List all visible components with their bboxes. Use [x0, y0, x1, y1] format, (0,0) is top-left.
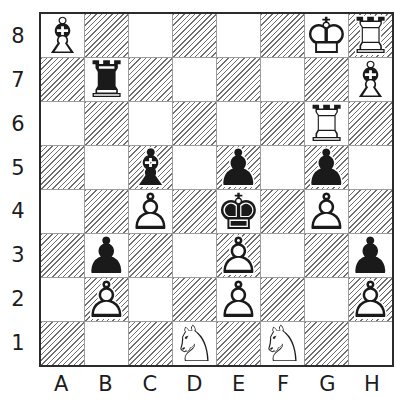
square-f7[interactable] [261, 58, 304, 101]
piece-fill-layer: ♞ [173, 322, 216, 365]
piece-white-pawn[interactable]: ♟♙ [349, 278, 392, 321]
square-h7[interactable]: ♝♗ [349, 58, 392, 101]
piece-glyph: ♖ [349, 14, 392, 57]
file-label-h: H [350, 368, 394, 400]
square-d6[interactable] [173, 102, 216, 145]
file-label-d: D [172, 368, 216, 400]
rank-label-2: 2 [0, 277, 36, 321]
piece-white-rook[interactable]: ♜♖ [349, 14, 392, 57]
rank-labels: 87654321 [0, 14, 36, 365]
piece-glyph: ♚ [217, 190, 260, 233]
square-c3[interactable] [129, 234, 172, 277]
piece-fill-layer: ♜ [305, 102, 348, 145]
piece-glyph: ♙ [349, 278, 392, 321]
file-label-f: F [261, 368, 305, 400]
piece-glyph: ♘ [261, 322, 304, 365]
piece-fill-layer: ♟ [305, 146, 348, 189]
square-e2[interactable]: ♟♙ [217, 278, 260, 321]
piece-fill-layer: ♟ [85, 234, 128, 277]
piece-white-pawn[interactable]: ♟♙ [217, 234, 260, 277]
square-f8[interactable] [261, 14, 304, 57]
square-f6[interactable] [261, 102, 304, 145]
rank-label-8: 8 [0, 14, 36, 58]
square-f3[interactable] [261, 234, 304, 277]
square-h2[interactable]: ♟♙ [349, 278, 392, 321]
piece-fill-layer: ♚ [305, 14, 348, 57]
square-d2[interactable] [173, 278, 216, 321]
piece-fill-layer: ♝ [129, 146, 172, 189]
file-label-c: C [128, 368, 172, 400]
rank-label-3: 3 [0, 233, 36, 277]
file-label-e: E [217, 368, 261, 400]
square-f1[interactable]: ♞♘ [261, 322, 304, 365]
file-labels: ABCDEFGH [39, 368, 394, 400]
square-b2[interactable]: ♟♙ [85, 278, 128, 321]
rank-label-4: 4 [0, 190, 36, 234]
square-g8[interactable]: ♚♔ [305, 14, 348, 57]
piece-glyph: ♔ [305, 14, 348, 57]
rank-label-6: 6 [0, 102, 36, 146]
rank-label-5: 5 [0, 146, 36, 190]
square-d8[interactable] [173, 14, 216, 57]
square-a5[interactable] [41, 146, 84, 189]
piece-white-bishop[interactable]: ♝♗ [349, 58, 392, 101]
square-c1[interactable] [129, 322, 172, 365]
file-label-a: A [39, 368, 83, 400]
piece-black-rook[interactable]: ♜♜ [85, 58, 128, 101]
piece-fill-layer: ♟ [85, 278, 128, 321]
piece-fill-layer: ♟ [217, 146, 260, 189]
piece-glyph: ♙ [217, 234, 260, 277]
piece-black-pawn[interactable]: ♟♟ [349, 234, 392, 277]
piece-glyph: ♙ [305, 190, 348, 233]
piece-fill-layer: ♝ [41, 14, 84, 57]
piece-fill-layer: ♟ [305, 190, 348, 233]
square-h1[interactable] [349, 322, 392, 365]
square-e4[interactable]: ♚♚ [217, 190, 260, 233]
square-e6[interactable] [217, 102, 260, 145]
square-e8[interactable] [217, 14, 260, 57]
piece-fill-layer: ♟ [349, 234, 392, 277]
piece-white-pawn[interactable]: ♟♙ [129, 190, 172, 233]
piece-black-pawn[interactable]: ♟♟ [217, 146, 260, 189]
square-b7[interactable]: ♜♜ [85, 58, 128, 101]
square-g1[interactable] [305, 322, 348, 365]
square-c6[interactable] [129, 102, 172, 145]
piece-fill-layer: ♟ [217, 278, 260, 321]
square-g6[interactable]: ♜♖ [305, 102, 348, 145]
square-d4[interactable] [173, 190, 216, 233]
square-g5[interactable]: ♟♟ [305, 146, 348, 189]
square-a1[interactable] [41, 322, 84, 365]
piece-glyph: ♝ [129, 146, 172, 189]
square-b8[interactable] [85, 14, 128, 57]
square-h5[interactable] [349, 146, 392, 189]
square-c2[interactable] [129, 278, 172, 321]
square-b3[interactable]: ♟♟ [85, 234, 128, 277]
chessboard: ♝♗♚♔♜♖♜♜♝♗♜♖♝♝♟♟♟♟♟♙♚♚♟♙♟♟♟♙♟♟♟♙♟♙♟♙♞♘♞♘ [39, 12, 394, 367]
square-d5[interactable] [173, 146, 216, 189]
piece-glyph: ♗ [41, 14, 84, 57]
square-f5[interactable] [261, 146, 304, 189]
square-a6[interactable] [41, 102, 84, 145]
file-label-b: B [83, 368, 127, 400]
piece-glyph: ♜ [85, 58, 128, 101]
square-g7[interactable] [305, 58, 348, 101]
chess-diagram: 87654321 ♝♗♚♔♜♖♜♜♝♗♜♖♝♝♟♟♟♟♟♙♚♚♟♙♟♟♟♙♟♟♟… [0, 0, 400, 405]
square-a4[interactable] [41, 190, 84, 233]
piece-black-king[interactable]: ♚♚ [217, 190, 260, 233]
square-b1[interactable] [85, 322, 128, 365]
piece-glyph: ♙ [217, 278, 260, 321]
piece-white-pawn[interactable]: ♟♙ [305, 190, 348, 233]
square-a8[interactable]: ♝♗ [41, 14, 84, 57]
piece-fill-layer: ♝ [349, 58, 392, 101]
piece-glyph: ♙ [129, 190, 172, 233]
square-d7[interactable] [173, 58, 216, 101]
square-e5[interactable]: ♟♟ [217, 146, 260, 189]
square-d3[interactable] [173, 234, 216, 277]
piece-black-bishop[interactable]: ♝♝ [129, 146, 172, 189]
square-a2[interactable] [41, 278, 84, 321]
square-d1[interactable]: ♞♘ [173, 322, 216, 365]
piece-fill-layer: ♜ [85, 58, 128, 101]
piece-white-rook[interactable]: ♜♖ [305, 102, 348, 145]
square-e1[interactable] [217, 322, 260, 365]
square-f2[interactable] [261, 278, 304, 321]
piece-fill-layer: ♚ [217, 190, 260, 233]
piece-fill-layer: ♟ [217, 234, 260, 277]
square-b6[interactable] [85, 102, 128, 145]
piece-fill-layer: ♜ [349, 14, 392, 57]
square-g3[interactable] [305, 234, 348, 277]
piece-white-knight[interactable]: ♞♘ [261, 322, 304, 365]
square-b4[interactable] [85, 190, 128, 233]
piece-glyph: ♙ [85, 278, 128, 321]
square-a3[interactable] [41, 234, 84, 277]
square-a7[interactable] [41, 58, 84, 101]
square-f4[interactable] [261, 190, 304, 233]
square-e7[interactable] [217, 58, 260, 101]
piece-black-pawn[interactable]: ♟♟ [85, 234, 128, 277]
piece-glyph: ♟ [305, 146, 348, 189]
square-b5[interactable] [85, 146, 128, 189]
piece-white-bishop[interactable]: ♝♗ [41, 14, 84, 57]
piece-glyph: ♗ [349, 58, 392, 101]
piece-white-king[interactable]: ♚♔ [305, 14, 348, 57]
rank-label-7: 7 [0, 58, 36, 102]
square-e3[interactable]: ♟♙ [217, 234, 260, 277]
square-h6[interactable] [349, 102, 392, 145]
square-c8[interactable] [129, 14, 172, 57]
piece-white-pawn[interactable]: ♟♙ [217, 278, 260, 321]
square-h8[interactable]: ♜♖ [349, 14, 392, 57]
piece-glyph: ♟ [217, 146, 260, 189]
square-h3[interactable]: ♟♟ [349, 234, 392, 277]
piece-black-pawn[interactable]: ♟♟ [305, 146, 348, 189]
piece-glyph: ♘ [173, 322, 216, 365]
piece-glyph: ♟ [349, 234, 392, 277]
square-c4[interactable]: ♟♙ [129, 190, 172, 233]
piece-white-knight[interactable]: ♞♘ [173, 322, 216, 365]
square-g2[interactable] [305, 278, 348, 321]
rank-label-1: 1 [0, 321, 36, 365]
piece-fill-layer: ♟ [349, 278, 392, 321]
square-h4[interactable] [349, 190, 392, 233]
piece-white-pawn[interactable]: ♟♙ [85, 278, 128, 321]
file-label-g: G [305, 368, 349, 400]
piece-glyph: ♖ [305, 102, 348, 145]
piece-fill-layer: ♟ [129, 190, 172, 233]
piece-fill-layer: ♞ [261, 322, 304, 365]
square-c5[interactable]: ♝♝ [129, 146, 172, 189]
square-c7[interactable] [129, 58, 172, 101]
square-g4[interactable]: ♟♙ [305, 190, 348, 233]
piece-glyph: ♟ [85, 234, 128, 277]
